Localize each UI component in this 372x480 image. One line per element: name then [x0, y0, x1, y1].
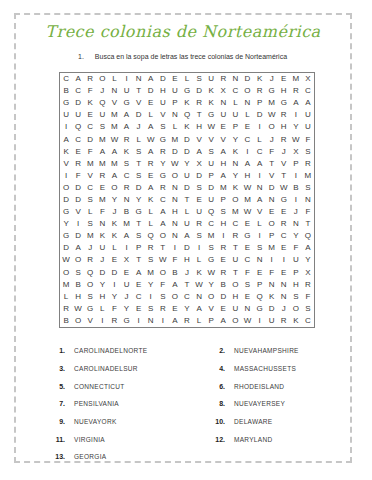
grid-cell-r15c4[interactable]: U: [96, 242, 108, 254]
grid-cell-r5c6[interactable]: A: [120, 121, 132, 133]
grid-cell-r21c10[interactable]: A: [169, 315, 181, 327]
grid-cell-r14c21[interactable]: Q: [302, 230, 314, 242]
grid-cell-r17c10[interactable]: B: [169, 267, 181, 279]
grid-cell-r16c11[interactable]: H: [181, 254, 193, 266]
grid-cell-r10c11[interactable]: D: [181, 182, 193, 194]
grid-cell-r3c10[interactable]: P: [169, 97, 181, 109]
grid-cell-r2c7[interactable]: T: [133, 85, 145, 97]
grid-cell-r3c7[interactable]: V: [133, 97, 145, 109]
grid-cell-r19c12[interactable]: N: [193, 291, 205, 303]
grid-cell-r5c16[interactable]: E: [241, 121, 253, 133]
grid-cell-r21c4[interactable]: I: [96, 315, 108, 327]
grid-cell-r1c12[interactable]: S: [193, 73, 205, 85]
grid-cell-r3c6[interactable]: G: [120, 97, 132, 109]
grid-cell-r11c12[interactable]: E: [193, 194, 205, 206]
grid-cell-r19c15[interactable]: H: [229, 291, 241, 303]
grid-cell-r2c6[interactable]: U: [120, 85, 132, 97]
grid-cell-r8c16[interactable]: A: [241, 158, 253, 170]
grid-cell-r2c2[interactable]: C: [72, 85, 84, 97]
grid-cell-r16c3[interactable]: R: [84, 254, 96, 266]
grid-cell-r7c2[interactable]: E: [72, 146, 84, 158]
grid-cell-r9c3[interactable]: V: [84, 170, 96, 182]
grid-cell-r6c17[interactable]: L: [254, 133, 266, 145]
grid-cell-r14c18[interactable]: P: [266, 230, 278, 242]
grid-cell-r13c6[interactable]: M: [120, 218, 132, 230]
grid-cell-r20c5[interactable]: F: [108, 303, 120, 315]
grid-cell-r5c15[interactable]: P: [229, 121, 241, 133]
grid-cell-r2c12[interactable]: D: [193, 85, 205, 97]
grid-cell-r12c17[interactable]: V: [254, 206, 266, 218]
grid-cell-r1c13[interactable]: U: [205, 73, 217, 85]
grid-cell-r20c10[interactable]: E: [169, 303, 181, 315]
grid-cell-r8c19[interactable]: V: [278, 158, 290, 170]
grid-cell-r15c9[interactable]: T: [157, 242, 169, 254]
grid-cell-r11c2[interactable]: D: [72, 194, 84, 206]
grid-cell-r9c21[interactable]: M: [302, 170, 314, 182]
grid-cell-r9c4[interactable]: R: [96, 170, 108, 182]
grid-cell-r13c11[interactable]: U: [181, 218, 193, 230]
grid-cell-r11c1[interactable]: D: [60, 194, 72, 206]
grid-cell-r15c14[interactable]: R: [217, 242, 229, 254]
grid-cell-r3c11[interactable]: K: [181, 97, 193, 109]
grid-cell-r6c20[interactable]: W: [290, 133, 302, 145]
grid-cell-r20c2[interactable]: W: [72, 303, 84, 315]
grid-cell-r15c12[interactable]: I: [193, 242, 205, 254]
grid-cell-r7c1[interactable]: K: [60, 146, 72, 158]
grid-cell-r9c14[interactable]: A: [217, 170, 229, 182]
grid-cell-r6c2[interactable]: C: [72, 133, 84, 145]
grid-cell-r17c8[interactable]: M: [145, 267, 157, 279]
grid-cell-r13c8[interactable]: L: [145, 218, 157, 230]
grid-cell-r12c11[interactable]: L: [181, 206, 193, 218]
grid-cell-r19c14[interactable]: D: [217, 291, 229, 303]
grid-cell-r11c21[interactable]: N: [302, 194, 314, 206]
grid-cell-r5c14[interactable]: E: [217, 121, 229, 133]
grid-cell-r4c11[interactable]: Q: [181, 109, 193, 121]
grid-cell-r2c18[interactable]: G: [266, 85, 278, 97]
grid-cell-r8c18[interactable]: T: [266, 158, 278, 170]
grid-cell-r3c1[interactable]: G: [60, 97, 72, 109]
grid-cell-r16c1[interactable]: W: [60, 254, 72, 266]
grid-cell-r14c16[interactable]: G: [241, 230, 253, 242]
grid-cell-r10c7[interactable]: D: [133, 182, 145, 194]
grid-cell-r14c20[interactable]: Y: [290, 230, 302, 242]
grid-cell-r2c5[interactable]: N: [108, 85, 120, 97]
grid-cell-r9c12[interactable]: D: [193, 170, 205, 182]
grid-cell-r8c14[interactable]: H: [217, 158, 229, 170]
grid-cell-r19c8[interactable]: I: [145, 291, 157, 303]
grid-cell-r1c1[interactable]: C: [60, 73, 72, 85]
grid-cell-r7c4[interactable]: A: [96, 146, 108, 158]
grid-cell-r13c21[interactable]: T: [302, 218, 314, 230]
grid-cell-r10c21[interactable]: S: [302, 182, 314, 194]
grid-cell-r1c5[interactable]: L: [108, 73, 120, 85]
grid-cell-r16c4[interactable]: J: [96, 254, 108, 266]
grid-cell-r15c20[interactable]: F: [290, 242, 302, 254]
grid-cell-r7c21[interactable]: S: [302, 146, 314, 158]
grid-cell-r16c12[interactable]: L: [193, 254, 205, 266]
grid-cell-r16c18[interactable]: I: [266, 254, 278, 266]
grid-cell-r7c3[interactable]: F: [84, 146, 96, 158]
grid-cell-r17c6[interactable]: E: [120, 267, 132, 279]
grid-cell-r8c7[interactable]: T: [133, 158, 145, 170]
grid-cell-r15c15[interactable]: T: [229, 242, 241, 254]
grid-cell-r18c3[interactable]: O: [84, 279, 96, 291]
grid-cell-r17c15[interactable]: T: [229, 267, 241, 279]
grid-cell-r19c16[interactable]: E: [241, 291, 253, 303]
grid-cell-r8c3[interactable]: M: [84, 158, 96, 170]
grid-cell-r6c11[interactable]: D: [181, 133, 193, 145]
grid-cell-r20c15[interactable]: U: [229, 303, 241, 315]
grid-cell-r12c18[interactable]: E: [266, 206, 278, 218]
grid-cell-r2c21[interactable]: C: [302, 85, 314, 97]
grid-cell-r9c13[interactable]: P: [205, 170, 217, 182]
grid-cell-r14c14[interactable]: I: [217, 230, 229, 242]
grid-cell-r14c17[interactable]: I: [254, 230, 266, 242]
grid-cell-r16c5[interactable]: E: [108, 254, 120, 266]
grid-cell-r17c21[interactable]: X: [302, 267, 314, 279]
grid-cell-r2c9[interactable]: H: [157, 85, 169, 97]
grid-cell-r16c9[interactable]: W: [157, 254, 169, 266]
grid-cell-r17c12[interactable]: K: [193, 267, 205, 279]
grid-cell-r13c15[interactable]: C: [229, 218, 241, 230]
grid-cell-r21c19[interactable]: R: [278, 315, 290, 327]
grid-cell-r17c18[interactable]: F: [266, 267, 278, 279]
grid-cell-r8c13[interactable]: U: [205, 158, 217, 170]
grid-cell-r12c7[interactable]: G: [133, 206, 145, 218]
grid-cell-r11c15[interactable]: O: [229, 194, 241, 206]
grid-cell-r15c13[interactable]: S: [205, 242, 217, 254]
grid-cell-r10c8[interactable]: A: [145, 182, 157, 194]
grid-cell-r16c21[interactable]: Y: [302, 254, 314, 266]
grid-cell-r16c14[interactable]: E: [217, 254, 229, 266]
grid-cell-r17c1[interactable]: O: [60, 267, 72, 279]
grid-cell-r8c8[interactable]: R: [145, 158, 157, 170]
grid-cell-r6c18[interactable]: J: [266, 133, 278, 145]
grid-cell-r8c2[interactable]: R: [72, 158, 84, 170]
grid-cell-r8c9[interactable]: Y: [157, 158, 169, 170]
grid-cell-r9c15[interactable]: Y: [229, 170, 241, 182]
grid-cell-r8c17[interactable]: A: [254, 158, 266, 170]
grid-cell-r1c6[interactable]: I: [120, 73, 132, 85]
grid-cell-r21c13[interactable]: P: [205, 315, 217, 327]
grid-cell-r18c1[interactable]: M: [60, 279, 72, 291]
grid-cell-r17c2[interactable]: S: [72, 267, 84, 279]
grid-cell-r21c8[interactable]: N: [145, 315, 157, 327]
grid-cell-r16c19[interactable]: I: [278, 254, 290, 266]
grid-cell-r21c9[interactable]: I: [157, 315, 169, 327]
grid-cell-r1c21[interactable]: X: [302, 73, 314, 85]
grid-cell-r20c17[interactable]: G: [254, 303, 266, 315]
grid-cell-r13c10[interactable]: N: [169, 218, 181, 230]
grid-cell-r10c19[interactable]: W: [278, 182, 290, 194]
grid-cell-r1c4[interactable]: O: [96, 73, 108, 85]
grid-cell-r14c1[interactable]: G: [60, 230, 72, 242]
grid-cell-r1c7[interactable]: N: [133, 73, 145, 85]
grid-cell-r3c21[interactable]: A: [302, 97, 314, 109]
grid-cell-r14c2[interactable]: D: [72, 230, 84, 242]
grid-cell-r3c2[interactable]: D: [72, 97, 84, 109]
grid-cell-r6c6[interactable]: R: [120, 133, 132, 145]
grid-cell-r3c5[interactable]: V: [108, 97, 120, 109]
grid-cell-r18c14[interactable]: B: [217, 279, 229, 291]
grid-cell-r13c17[interactable]: L: [254, 218, 266, 230]
grid-cell-r7c14[interactable]: A: [217, 146, 229, 158]
grid-cell-r14c12[interactable]: S: [193, 230, 205, 242]
grid-cell-r5c13[interactable]: W: [205, 121, 217, 133]
grid-cell-r2c19[interactable]: H: [278, 85, 290, 97]
grid-cell-r1c9[interactable]: D: [157, 73, 169, 85]
grid-cell-r9c8[interactable]: E: [145, 170, 157, 182]
grid-cell-r4c17[interactable]: D: [254, 109, 266, 121]
grid-cell-r21c5[interactable]: R: [108, 315, 120, 327]
grid-cell-r12c21[interactable]: F: [302, 206, 314, 218]
grid-cell-r10c18[interactable]: D: [266, 182, 278, 194]
grid-cell-r5c17[interactable]: I: [254, 121, 266, 133]
grid-cell-r16c7[interactable]: T: [133, 254, 145, 266]
grid-cell-r15c21[interactable]: A: [302, 242, 314, 254]
grid-cell-r6c13[interactable]: V: [205, 133, 217, 145]
grid-cell-r21c2[interactable]: O: [72, 315, 84, 327]
grid-cell-r21c18[interactable]: U: [266, 315, 278, 327]
grid-cell-r18c12[interactable]: W: [193, 279, 205, 291]
grid-cell-r19c7[interactable]: C: [133, 291, 145, 303]
grid-cell-r10c17[interactable]: N: [254, 182, 266, 194]
grid-cell-r1c11[interactable]: L: [181, 73, 193, 85]
grid-cell-r11c14[interactable]: P: [217, 194, 229, 206]
grid-cell-r8c21[interactable]: R: [302, 158, 314, 170]
grid-cell-r11c20[interactable]: I: [290, 194, 302, 206]
grid-cell-r20c14[interactable]: E: [217, 303, 229, 315]
grid-cell-r10c3[interactable]: C: [84, 182, 96, 194]
grid-cell-r14c9[interactable]: O: [157, 230, 169, 242]
grid-cell-r3c18[interactable]: M: [266, 97, 278, 109]
grid-cell-r10c5[interactable]: O: [108, 182, 120, 194]
grid-cell-r1c15[interactable]: N: [229, 73, 241, 85]
grid-cell-r10c1[interactable]: O: [60, 182, 72, 194]
grid-cell-r10c2[interactable]: D: [72, 182, 84, 194]
grid-cell-r6c10[interactable]: M: [169, 133, 181, 145]
grid-cell-r14c6[interactable]: A: [120, 230, 132, 242]
grid-cell-r6c19[interactable]: R: [278, 133, 290, 145]
grid-cell-r16c17[interactable]: N: [254, 254, 266, 266]
grid-cell-r13c12[interactable]: R: [193, 218, 205, 230]
grid-cell-r19c10[interactable]: O: [169, 291, 181, 303]
grid-cell-r15c8[interactable]: R: [145, 242, 157, 254]
grid-cell-r9c6[interactable]: C: [120, 170, 132, 182]
grid-cell-r1c14[interactable]: R: [217, 73, 229, 85]
grid-cell-r4c8[interactable]: L: [145, 109, 157, 121]
grid-cell-r12c6[interactable]: B: [120, 206, 132, 218]
grid-cell-r3c9[interactable]: U: [157, 97, 169, 109]
grid-cell-r13c13[interactable]: C: [205, 218, 217, 230]
grid-cell-r9c19[interactable]: T: [278, 170, 290, 182]
grid-cell-r17c11[interactable]: J: [181, 267, 193, 279]
grid-cell-r20c13[interactable]: V: [205, 303, 217, 315]
grid-cell-r17c4[interactable]: D: [96, 267, 108, 279]
grid-cell-r13c7[interactable]: T: [133, 218, 145, 230]
grid-cell-r17c14[interactable]: R: [217, 267, 229, 279]
grid-cell-r19c20[interactable]: S: [290, 291, 302, 303]
grid-cell-r20c12[interactable]: A: [193, 303, 205, 315]
grid-cell-r8c15[interactable]: N: [229, 158, 241, 170]
grid-cell-r11c4[interactable]: M: [96, 194, 108, 206]
grid-cell-r5c11[interactable]: K: [181, 121, 193, 133]
grid-cell-r5c2[interactable]: Q: [72, 121, 84, 133]
grid-cell-r3c20[interactable]: A: [290, 97, 302, 109]
grid-cell-r7c7[interactable]: S: [133, 146, 145, 158]
grid-cell-r4c19[interactable]: R: [278, 109, 290, 121]
grid-cell-r21c17[interactable]: I: [254, 315, 266, 327]
grid-cell-r14c10[interactable]: N: [169, 230, 181, 242]
grid-cell-r15c18[interactable]: M: [266, 242, 278, 254]
grid-cell-r14c3[interactable]: M: [84, 230, 96, 242]
grid-cell-r7c11[interactable]: D: [181, 146, 193, 158]
grid-cell-r5c20[interactable]: Y: [290, 121, 302, 133]
grid-cell-r1c17[interactable]: K: [254, 73, 266, 85]
grid-cell-r5c18[interactable]: O: [266, 121, 278, 133]
grid-cell-r16c13[interactable]: G: [205, 254, 217, 266]
grid-cell-r9c18[interactable]: V: [266, 170, 278, 182]
grid-cell-r2c3[interactable]: F: [84, 85, 96, 97]
grid-cell-r4c21[interactable]: U: [302, 109, 314, 121]
grid-cell-r13c19[interactable]: R: [278, 218, 290, 230]
grid-cell-r18c4[interactable]: Y: [96, 279, 108, 291]
grid-cell-r12c12[interactable]: U: [193, 206, 205, 218]
grid-cell-r6c14[interactable]: V: [217, 133, 229, 145]
grid-cell-r5c5[interactable]: M: [108, 121, 120, 133]
grid-cell-r15c6[interactable]: I: [120, 242, 132, 254]
grid-cell-r19c6[interactable]: J: [120, 291, 132, 303]
grid-cell-r4c18[interactable]: W: [266, 109, 278, 121]
grid-cell-r20c9[interactable]: R: [157, 303, 169, 315]
grid-cell-r7c8[interactable]: A: [145, 146, 157, 158]
grid-cell-r9c7[interactable]: S: [133, 170, 145, 182]
grid-cell-r10c9[interactable]: R: [157, 182, 169, 194]
grid-cell-r20c7[interactable]: E: [133, 303, 145, 315]
grid-cell-r20c18[interactable]: D: [266, 303, 278, 315]
grid-cell-r18c13[interactable]: Y: [205, 279, 217, 291]
grid-cell-r1c3[interactable]: R: [84, 73, 96, 85]
grid-cell-r20c16[interactable]: N: [241, 303, 253, 315]
grid-cell-r15c10[interactable]: I: [169, 242, 181, 254]
grid-cell-r19c17[interactable]: Q: [254, 291, 266, 303]
grid-cell-r13c18[interactable]: O: [266, 218, 278, 230]
grid-cell-r13c2[interactable]: I: [72, 218, 84, 230]
grid-cell-r2c16[interactable]: O: [241, 85, 253, 97]
grid-cell-r7c13[interactable]: S: [205, 146, 217, 158]
grid-cell-r20c1[interactable]: R: [60, 303, 72, 315]
grid-cell-r6c16[interactable]: C: [241, 133, 253, 145]
grid-cell-r17c7[interactable]: A: [133, 267, 145, 279]
grid-cell-r10c10[interactable]: N: [169, 182, 181, 194]
grid-cell-r7c12[interactable]: A: [193, 146, 205, 158]
grid-cell-r8c20[interactable]: P: [290, 158, 302, 170]
grid-cell-r17c9[interactable]: O: [157, 267, 169, 279]
grid-cell-r8c4[interactable]: M: [96, 158, 108, 170]
grid-cell-r11c6[interactable]: N: [120, 194, 132, 206]
grid-cell-r2c17[interactable]: R: [254, 85, 266, 97]
grid-cell-r3c14[interactable]: N: [217, 97, 229, 109]
grid-cell-r16c20[interactable]: U: [290, 254, 302, 266]
grid-cell-r9c1[interactable]: I: [60, 170, 72, 182]
grid-cell-r8c12[interactable]: X: [193, 158, 205, 170]
grid-cell-r8c6[interactable]: S: [120, 158, 132, 170]
grid-cell-r12c3[interactable]: L: [84, 206, 96, 218]
grid-cell-r21c21[interactable]: C: [302, 315, 314, 327]
grid-cell-r11c8[interactable]: K: [145, 194, 157, 206]
grid-cell-r3c16[interactable]: N: [241, 97, 253, 109]
grid-cell-r6c1[interactable]: A: [60, 133, 72, 145]
grid-cell-r14c4[interactable]: K: [96, 230, 108, 242]
grid-cell-r19c3[interactable]: S: [84, 291, 96, 303]
grid-cell-r17c17[interactable]: E: [254, 267, 266, 279]
grid-cell-r14c8[interactable]: Q: [145, 230, 157, 242]
grid-cell-r17c5[interactable]: D: [108, 267, 120, 279]
grid-cell-r3c8[interactable]: E: [145, 97, 157, 109]
grid-cell-r2c13[interactable]: K: [205, 85, 217, 97]
grid-cell-r4c20[interactable]: I: [290, 109, 302, 121]
grid-cell-r13c4[interactable]: N: [96, 218, 108, 230]
grid-cell-r16c15[interactable]: U: [229, 254, 241, 266]
grid-cell-r14c13[interactable]: M: [205, 230, 217, 242]
grid-cell-r1c19[interactable]: E: [278, 73, 290, 85]
grid-cell-r19c4[interactable]: H: [96, 291, 108, 303]
grid-cell-r7c10[interactable]: D: [169, 146, 181, 158]
grid-cell-r11c9[interactable]: C: [157, 194, 169, 206]
grid-cell-r11c18[interactable]: N: [266, 194, 278, 206]
grid-cell-r4c12[interactable]: T: [193, 109, 205, 121]
grid-cell-r4c6[interactable]: A: [120, 109, 132, 121]
grid-cell-r15c2[interactable]: A: [72, 242, 84, 254]
grid-cell-r18c20[interactable]: H: [290, 279, 302, 291]
grid-cell-r21c1[interactable]: B: [60, 315, 72, 327]
grid-cell-r18c6[interactable]: U: [120, 279, 132, 291]
grid-cell-r15c1[interactable]: D: [60, 242, 72, 254]
grid-cell-r4c5[interactable]: M: [108, 109, 120, 121]
grid-cell-r11c13[interactable]: U: [205, 194, 217, 206]
grid-cell-r4c9[interactable]: V: [157, 109, 169, 121]
grid-cell-r1c8[interactable]: A: [145, 73, 157, 85]
grid-cell-r4c3[interactable]: E: [84, 109, 96, 121]
grid-cell-r2c10[interactable]: U: [169, 85, 181, 97]
grid-cell-r10c12[interactable]: S: [193, 182, 205, 194]
grid-cell-r8c10[interactable]: W: [169, 158, 181, 170]
grid-cell-r12c15[interactable]: M: [229, 206, 241, 218]
grid-cell-r12c5[interactable]: J: [108, 206, 120, 218]
grid-cell-r3c3[interactable]: K: [84, 97, 96, 109]
grid-cell-r12c19[interactable]: E: [278, 206, 290, 218]
grid-cell-r1c16[interactable]: D: [241, 73, 253, 85]
grid-cell-r12c13[interactable]: Q: [205, 206, 217, 218]
grid-cell-r8c5[interactable]: M: [108, 158, 120, 170]
grid-cell-r13c3[interactable]: S: [84, 218, 96, 230]
grid-cell-r2c11[interactable]: G: [181, 85, 193, 97]
grid-cell-r9c11[interactable]: U: [181, 170, 193, 182]
grid-cell-r15c17[interactable]: S: [254, 242, 266, 254]
grid-cell-r10c6[interactable]: R: [120, 182, 132, 194]
grid-cell-r1c20[interactable]: M: [290, 73, 302, 85]
grid-cell-r13c9[interactable]: A: [157, 218, 169, 230]
grid-cell-r21c20[interactable]: K: [290, 315, 302, 327]
grid-cell-r11c3[interactable]: S: [84, 194, 96, 206]
grid-cell-r21c6[interactable]: G: [120, 315, 132, 327]
grid-cell-r12c2[interactable]: V: [72, 206, 84, 218]
grid-cell-r12c10[interactable]: H: [169, 206, 181, 218]
grid-cell-r6c15[interactable]: Y: [229, 133, 241, 145]
grid-cell-r2c20[interactable]: R: [290, 85, 302, 97]
grid-cell-r5c7[interactable]: J: [133, 121, 145, 133]
